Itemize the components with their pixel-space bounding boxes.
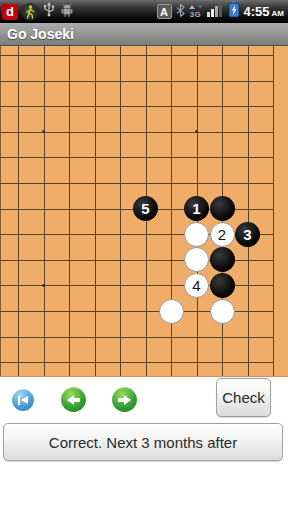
stone-black: [210, 273, 235, 298]
stone-white: [184, 247, 209, 272]
skip-to-start-button[interactable]: [12, 389, 34, 411]
pedometer-icon: [21, 3, 39, 21]
stone-white: [159, 299, 184, 324]
check-button[interactable]: Check: [216, 378, 271, 417]
grid-line-horizontal: [0, 183, 274, 184]
go-board[interactable]: 51234: [0, 46, 288, 377]
signal-strength-icon: [207, 2, 224, 21]
stone-white: [210, 299, 235, 324]
app-title: Go Joseki: [0, 26, 74, 42]
grid-line-horizontal: [0, 337, 274, 338]
board-edge-line: [0, 46, 1, 376]
network-3g-label: 3G: [190, 11, 202, 19]
bluetooth-icon: [176, 3, 185, 21]
stone-white: [184, 222, 209, 247]
stone-black-3: 3: [235, 222, 260, 247]
stone-white-2: 2: [210, 222, 235, 247]
grid-line-vertical: [95, 46, 96, 376]
grid-line-vertical: [273, 46, 274, 376]
grid-line-horizontal: [0, 106, 274, 107]
grid-line-horizontal: [0, 132, 274, 133]
grid-line-horizontal: [0, 157, 274, 158]
grid-line-vertical: [44, 46, 45, 376]
grid-line-horizontal: [0, 81, 274, 82]
result-button-label: Correct. Next 3 months after: [49, 434, 237, 451]
arrow-right-icon: [118, 395, 131, 405]
stone-white-4: 4: [184, 273, 209, 298]
stone-black-5: 5: [133, 196, 158, 221]
clock: 4:55 AM: [244, 4, 284, 19]
battery-charging-icon: [228, 1, 240, 22]
app-screen: d: [0, 0, 288, 512]
status-icons-right: A 3G: [157, 1, 288, 22]
grid-line-vertical: [171, 46, 172, 376]
clock-time: 4:55: [244, 4, 270, 19]
input-method-badge: A: [157, 4, 172, 19]
grid-line-vertical: [69, 46, 70, 376]
network-3g-icon: 3G: [189, 5, 203, 19]
uplink-arrow-icon: [189, 5, 195, 9]
status-icons-left: d: [0, 2, 75, 21]
grid-line-horizontal: [0, 55, 274, 56]
grid-line-horizontal: [0, 362, 274, 363]
clock-ampm: AM: [272, 9, 284, 18]
skip-to-start-icon: [18, 396, 28, 405]
usb-icon: [42, 2, 56, 21]
previous-move-button[interactable]: [61, 387, 86, 412]
next-move-button[interactable]: [112, 387, 137, 412]
grid-line-vertical: [18, 46, 19, 376]
grid-line-vertical: [248, 46, 249, 376]
arrow-left-icon: [67, 395, 80, 405]
star-point: [42, 284, 45, 287]
android-debug-icon: [59, 3, 75, 21]
downlink-arrow-icon: [197, 5, 203, 9]
docomo-badge: d: [2, 4, 18, 20]
stone-black-1: 1: [184, 196, 209, 221]
check-button-label: Check: [222, 389, 265, 406]
status-bar: d: [0, 0, 288, 23]
grid-line-vertical: [120, 46, 121, 376]
stone-black: [210, 247, 235, 272]
title-bar: Go Joseki: [0, 23, 288, 46]
result-button[interactable]: Correct. Next 3 months after: [3, 423, 283, 461]
stone-black: [210, 196, 235, 221]
